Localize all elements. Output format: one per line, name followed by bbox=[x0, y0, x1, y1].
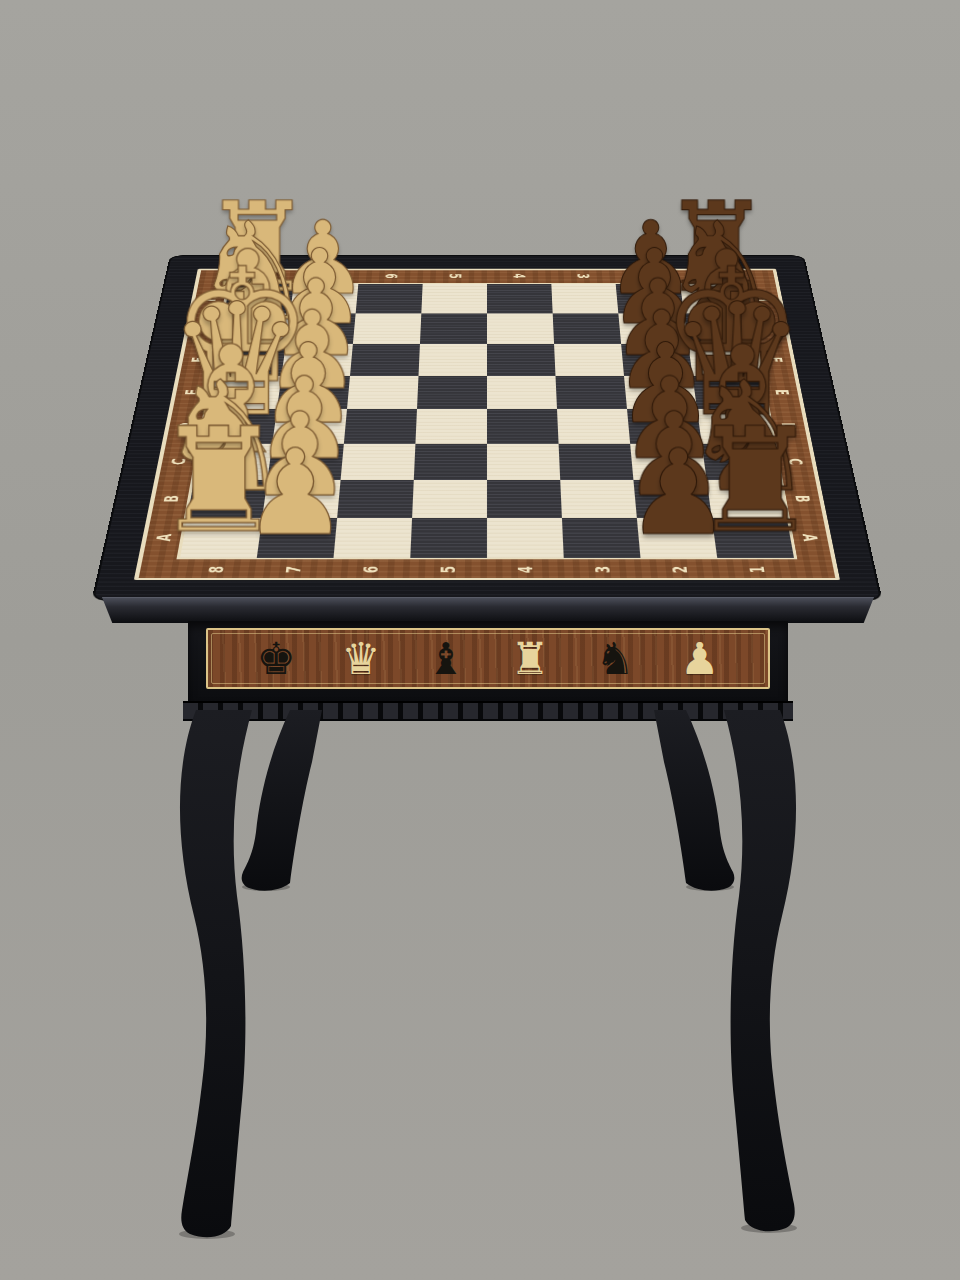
table-leg-rear-right bbox=[654, 710, 734, 891]
table-leg-front-left bbox=[180, 710, 252, 1237]
photo-background: AABBCCDDEEFFGGHH8877665544332211 ♜♟♟♜♞♟♟… bbox=[0, 0, 960, 1280]
table-legs bbox=[0, 0, 960, 1280]
table-leg-front-right bbox=[724, 710, 796, 1231]
table-leg-rear-left bbox=[242, 710, 322, 891]
